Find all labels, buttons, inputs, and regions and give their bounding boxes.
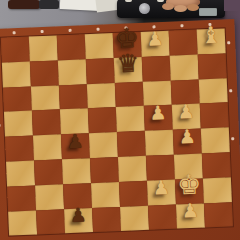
frame-coordinate-mark bbox=[180, 24, 183, 27]
frame-coordinate-mark bbox=[208, 23, 211, 26]
black-king: ♚ bbox=[113, 32, 142, 58]
white-pawn: ♟ bbox=[172, 104, 201, 130]
finger bbox=[174, 5, 187, 12]
finger bbox=[187, 4, 199, 11]
frame-coordinate-mark bbox=[41, 30, 44, 33]
frame-coordinate-mark bbox=[96, 28, 99, 31]
frame-coordinate-mark bbox=[13, 31, 16, 34]
frame-coordinate-mark bbox=[229, 89, 232, 92]
black-queen: ♛ bbox=[114, 57, 143, 83]
clock-dial bbox=[139, 3, 150, 14]
frame-coordinate-mark bbox=[0, 124, 1, 127]
score-sheet bbox=[60, 0, 101, 11]
player-hand bbox=[160, 0, 206, 13]
clock-button bbox=[125, 0, 132, 2]
grey-box bbox=[39, 0, 59, 9]
frame-coordinate-mark bbox=[124, 26, 127, 29]
background-corner bbox=[224, 0, 240, 11]
board-pieces: ♚♟♝♛♟♟♟♟♟♚♟♟ bbox=[1, 28, 233, 236]
chess-board: ♚♟♝♛♟♟♟♟♟♚♟♟ bbox=[0, 19, 240, 240]
frame-coordinate-mark bbox=[231, 137, 234, 140]
white-bishop: ♝ bbox=[197, 28, 226, 54]
white-king: ♚ bbox=[175, 178, 204, 204]
frame-coordinate-mark bbox=[152, 25, 155, 28]
finger bbox=[162, 3, 174, 10]
playing-area: ♚♟♝♛♟♟♟♟♟♚♟♟ bbox=[1, 28, 233, 236]
photo-scene: ♚♟♝♛♟♟♟♟♟♚♟♟ bbox=[0, 0, 240, 240]
black-pawn: ♟ bbox=[64, 208, 93, 234]
white-pawn: ♟ bbox=[144, 105, 173, 131]
frame-coordinate-mark bbox=[69, 29, 72, 32]
white-pawn: ♟ bbox=[173, 129, 202, 155]
dark-case bbox=[8, 0, 40, 9]
white-pawn: ♟ bbox=[141, 31, 170, 57]
white-pawn: ♟ bbox=[176, 203, 205, 229]
black-pawn: ♟ bbox=[61, 133, 90, 159]
frame-coordinate-mark bbox=[227, 41, 230, 44]
white-pawn: ♟ bbox=[147, 179, 176, 205]
